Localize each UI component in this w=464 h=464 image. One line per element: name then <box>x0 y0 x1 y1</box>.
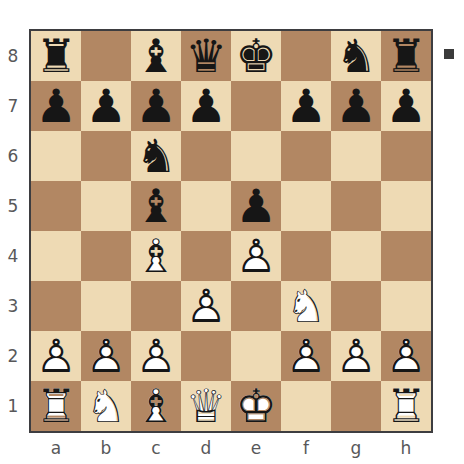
square-f1[interactable] <box>281 381 331 431</box>
square-b6[interactable] <box>81 131 131 181</box>
piece-white-pawn: ♟♙ <box>31 331 81 381</box>
square-a1[interactable]: ♜♖ <box>31 381 81 431</box>
square-c7[interactable]: ♟ <box>131 81 181 131</box>
piece-black-pawn: ♟ <box>381 81 431 131</box>
square-f8[interactable] <box>281 31 331 81</box>
square-f6[interactable] <box>281 131 331 181</box>
piece-glyph: ♝ <box>131 31 181 81</box>
square-a4[interactable] <box>31 231 81 281</box>
piece-glyph-outline: ♙ <box>181 281 231 331</box>
piece-white-pawn: ♟♙ <box>381 331 431 381</box>
rank-label-5: 5 <box>0 181 26 231</box>
square-d7[interactable]: ♟ <box>181 81 231 131</box>
square-d5[interactable] <box>181 181 231 231</box>
rank-label-3: 3 <box>0 281 26 331</box>
piece-black-pawn: ♟ <box>281 81 331 131</box>
piece-glyph-outline: ♗ <box>131 381 181 431</box>
piece-glyph: ♞ <box>331 31 381 81</box>
piece-black-pawn: ♟ <box>231 181 281 231</box>
square-a8[interactable]: ♜ <box>31 31 81 81</box>
square-b3[interactable] <box>81 281 131 331</box>
square-f2[interactable]: ♟♙ <box>281 331 331 381</box>
piece-glyph-outline: ♘ <box>81 381 131 431</box>
square-c6[interactable]: ♞ <box>131 131 181 181</box>
rank-label-1: 1 <box>0 381 26 431</box>
file-label-h: h <box>381 437 431 459</box>
square-e3[interactable] <box>231 281 281 331</box>
rank-label-7: 7 <box>0 81 26 131</box>
square-g2[interactable]: ♟♙ <box>331 331 381 381</box>
piece-glyph-outline: ♖ <box>381 381 431 431</box>
piece-glyph-outline: ♘ <box>281 281 331 331</box>
rank-label-4: 4 <box>0 231 26 281</box>
piece-glyph: ♝ <box>131 181 181 231</box>
piece-glyph: ♜ <box>31 31 81 81</box>
piece-white-pawn: ♟♙ <box>181 281 231 331</box>
square-d3[interactable]: ♟♙ <box>181 281 231 331</box>
square-h4[interactable] <box>381 231 431 281</box>
square-g3[interactable] <box>331 281 381 331</box>
piece-glyph-outline: ♙ <box>231 231 281 281</box>
square-e7[interactable] <box>231 81 281 131</box>
piece-glyph: ♟ <box>331 81 381 131</box>
square-c4[interactable]: ♝♗ <box>131 231 181 281</box>
file-label-b: b <box>81 437 131 459</box>
square-h3[interactable] <box>381 281 431 331</box>
piece-glyph-outline: ♙ <box>281 331 331 381</box>
piece-glyph: ♟ <box>381 81 431 131</box>
piece-glyph-outline: ♙ <box>331 331 381 381</box>
square-h8[interactable]: ♜ <box>381 31 431 81</box>
square-a5[interactable] <box>31 181 81 231</box>
piece-black-rook: ♜ <box>381 31 431 81</box>
square-c8[interactable]: ♝ <box>131 31 181 81</box>
piece-black-king: ♚ <box>231 31 281 81</box>
piece-glyph: ♚ <box>231 31 281 81</box>
rank-label-6: 6 <box>0 131 26 181</box>
piece-white-king: ♚♔ <box>231 381 281 431</box>
chess-board: ♜♝♛♚♞♜♟♟♟♟♟♟♟♞♝♟♝♗♟♙♟♙♞♘♟♙♟♙♟♙♟♙♟♙♟♙♜♖♞♘… <box>29 29 433 433</box>
chess-app-window: 87654321 ♜♝♛♚♞♜♟♟♟♟♟♟♟♞♝♟♝♗♟♙♟♙♞♘♟♙♟♙♟♙♟… <box>0 0 464 464</box>
square-d6[interactable] <box>181 131 231 181</box>
piece-glyph-outline: ♙ <box>131 331 181 381</box>
square-h6[interactable] <box>381 131 431 181</box>
square-c1[interactable]: ♝♗ <box>131 381 181 431</box>
file-label-e: e <box>231 437 281 459</box>
square-b5[interactable] <box>81 181 131 231</box>
piece-glyph: ♟ <box>281 81 331 131</box>
piece-white-bishop: ♝♗ <box>131 231 181 281</box>
piece-white-knight: ♞♘ <box>81 381 131 431</box>
square-h5[interactable] <box>381 181 431 231</box>
piece-black-knight: ♞ <box>331 31 381 81</box>
file-label-g: g <box>331 437 381 459</box>
square-c2[interactable]: ♟♙ <box>131 331 181 381</box>
square-c5[interactable]: ♝ <box>131 181 181 231</box>
piece-glyph: ♟ <box>81 81 131 131</box>
piece-white-pawn: ♟♙ <box>331 331 381 381</box>
square-f7[interactable]: ♟ <box>281 81 331 131</box>
square-g6[interactable] <box>331 131 381 181</box>
piece-black-queen: ♛ <box>181 31 231 81</box>
piece-black-pawn: ♟ <box>31 81 81 131</box>
piece-glyph-outline: ♕ <box>181 381 231 431</box>
square-g8[interactable]: ♞ <box>331 31 381 81</box>
square-d1[interactable]: ♛♕ <box>181 381 231 431</box>
piece-black-rook: ♜ <box>31 31 81 81</box>
piece-white-pawn: ♟♙ <box>131 331 181 381</box>
square-b7[interactable]: ♟ <box>81 81 131 131</box>
square-f4[interactable] <box>281 231 331 281</box>
square-g4[interactable] <box>331 231 381 281</box>
piece-glyph: ♛ <box>181 31 231 81</box>
file-label-d: d <box>181 437 231 459</box>
square-a7[interactable]: ♟ <box>31 81 81 131</box>
piece-black-pawn: ♟ <box>131 81 181 131</box>
square-a3[interactable] <box>31 281 81 331</box>
square-g1[interactable] <box>331 381 381 431</box>
square-h1[interactable]: ♜♖ <box>381 381 431 431</box>
piece-white-bishop: ♝♗ <box>131 381 181 431</box>
piece-glyph: ♟ <box>31 81 81 131</box>
piece-black-knight: ♞ <box>131 131 181 181</box>
piece-glyph: ♜ <box>381 31 431 81</box>
square-h2[interactable]: ♟♙ <box>381 331 431 381</box>
file-label-c: c <box>131 437 181 459</box>
piece-white-queen: ♛♕ <box>181 381 231 431</box>
square-b8[interactable] <box>81 31 131 81</box>
square-a6[interactable] <box>31 131 81 181</box>
square-b2[interactable]: ♟♙ <box>81 331 131 381</box>
piece-black-pawn: ♟ <box>331 81 381 131</box>
piece-white-pawn: ♟♙ <box>281 331 331 381</box>
piece-glyph-outline: ♖ <box>31 381 81 431</box>
square-a2[interactable]: ♟♙ <box>31 331 81 381</box>
square-f3[interactable]: ♞♘ <box>281 281 331 331</box>
piece-white-pawn: ♟♙ <box>231 231 281 281</box>
square-c3[interactable] <box>131 281 181 331</box>
square-e1[interactable]: ♚♔ <box>231 381 281 431</box>
piece-glyph: ♞ <box>131 131 181 181</box>
square-e6[interactable] <box>231 131 281 181</box>
piece-glyph-outline: ♗ <box>131 231 181 281</box>
square-g5[interactable] <box>331 181 381 231</box>
file-label-a: a <box>31 437 81 459</box>
square-e2[interactable] <box>231 331 281 381</box>
piece-glyph-outline: ♔ <box>231 381 281 431</box>
square-e4[interactable]: ♟♙ <box>231 231 281 281</box>
square-d8[interactable]: ♛ <box>181 31 231 81</box>
piece-black-bishop: ♝ <box>131 181 181 231</box>
piece-white-knight: ♞♘ <box>281 281 331 331</box>
piece-glyph-outline: ♙ <box>31 331 81 381</box>
rank-label-2: 2 <box>0 331 26 381</box>
piece-glyph-outline: ♙ <box>381 331 431 381</box>
piece-black-pawn: ♟ <box>181 81 231 131</box>
square-d4[interactable] <box>181 231 231 281</box>
piece-white-rook: ♜♖ <box>31 381 81 431</box>
file-label-f: f <box>281 437 331 459</box>
piece-black-bishop: ♝ <box>131 31 181 81</box>
square-e5[interactable]: ♟ <box>231 181 281 231</box>
piece-white-pawn: ♟♙ <box>81 331 131 381</box>
square-f5[interactable] <box>281 181 331 231</box>
piece-glyph-outline: ♙ <box>81 331 131 381</box>
square-e8[interactable]: ♚ <box>231 31 281 81</box>
rank-label-8: 8 <box>0 31 26 81</box>
piece-glyph: ♟ <box>131 81 181 131</box>
square-d2[interactable] <box>181 331 231 381</box>
piece-black-pawn: ♟ <box>81 81 131 131</box>
square-h7[interactable]: ♟ <box>381 81 431 131</box>
piece-glyph: ♟ <box>181 81 231 131</box>
piece-white-rook: ♜♖ <box>381 381 431 431</box>
square-g7[interactable]: ♟ <box>331 81 381 131</box>
square-b1[interactable]: ♞♘ <box>81 381 131 431</box>
move-indicator-black-to-move <box>444 49 454 59</box>
piece-glyph: ♟ <box>231 181 281 231</box>
square-b4[interactable] <box>81 231 131 281</box>
